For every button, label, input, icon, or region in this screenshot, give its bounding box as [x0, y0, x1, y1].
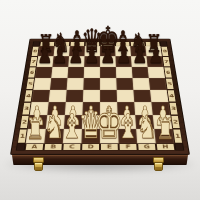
square-d2	[82, 115, 100, 129]
square-a6	[35, 67, 52, 78]
square-b6	[51, 67, 68, 78]
square-f8	[115, 46, 131, 56]
file-label: H	[156, 143, 176, 150]
file-label: B	[43, 143, 62, 150]
square-g1	[136, 129, 156, 144]
file-label: F	[119, 143, 138, 150]
square-f6	[116, 67, 133, 78]
brass-clasp-right	[152, 157, 165, 174]
square-c8	[69, 46, 85, 56]
square-a7	[37, 56, 54, 67]
square-g6	[132, 67, 149, 78]
rank-label: 6	[163, 67, 172, 78]
square-e4	[100, 90, 117, 102]
square-d5	[83, 78, 100, 90]
square-c4	[66, 90, 84, 102]
square-g8	[130, 46, 146, 56]
product-photo: ABCDEFGH8877665544332211ABCDEFGH ♜♞♝♛♚♝♞…	[0, 0, 200, 200]
square-f7	[115, 56, 131, 67]
square-c7	[68, 56, 84, 67]
square-h8	[145, 46, 162, 56]
square-d7	[84, 56, 100, 67]
square-c1	[63, 129, 82, 144]
square-e8	[100, 46, 115, 56]
square-e3	[100, 102, 118, 115]
square-b5	[50, 78, 68, 90]
square-h2	[153, 115, 173, 129]
file-label: G	[137, 143, 156, 150]
brass-clasp-left	[32, 157, 45, 174]
square-d4	[83, 90, 100, 102]
square-e6	[100, 67, 116, 78]
square-c5	[67, 78, 84, 90]
file-label: A	[25, 143, 45, 150]
rank-label: 7	[162, 56, 171, 67]
rank-label: 8	[160, 46, 169, 56]
rank-label: 5	[165, 78, 175, 90]
corner-cell	[174, 143, 184, 150]
square-c2	[64, 115, 83, 129]
square-f4	[117, 90, 135, 102]
square-f5	[116, 78, 133, 90]
square-h5	[149, 78, 167, 90]
file-label: E	[100, 143, 119, 150]
square-d8	[85, 46, 100, 56]
rank-label: 1	[172, 129, 183, 144]
square-b2	[46, 115, 65, 129]
square-f2	[118, 115, 137, 129]
square-b3	[47, 102, 66, 115]
square-g3	[134, 102, 153, 115]
square-c6	[67, 67, 84, 78]
square-c3	[65, 102, 83, 115]
board-frame: ABCDEFGH8877665544332211ABCDEFGH	[10, 39, 190, 155]
square-a3	[30, 102, 49, 115]
square-b1	[44, 129, 64, 144]
square-e7	[100, 56, 116, 67]
square-d3	[82, 102, 100, 115]
file-label: C	[62, 143, 81, 150]
clasp-hook-icon	[34, 162, 43, 171]
square-h1	[154, 129, 174, 144]
rank-label: 3	[168, 102, 178, 115]
square-e2	[100, 115, 118, 129]
square-f3	[117, 102, 135, 115]
square-a5	[33, 78, 51, 90]
square-e5	[100, 78, 117, 90]
square-d1	[81, 129, 100, 144]
board-ring: ABCDEFGH8877665544332211ABCDEFGH	[16, 42, 185, 151]
square-a8	[38, 46, 55, 56]
square-a1	[26, 129, 46, 144]
rank-label: 2	[170, 115, 181, 129]
square-b4	[49, 90, 67, 102]
square-f1	[118, 129, 137, 144]
rank-label: 4	[167, 90, 177, 102]
square-h6	[148, 67, 165, 78]
square-g2	[135, 115, 154, 129]
square-g4	[133, 90, 151, 102]
chess-board: ABCDEFGH8877665544332211ABCDEFGH	[10, 39, 190, 155]
square-d6	[84, 67, 100, 78]
square-a2	[28, 115, 48, 129]
square-g7	[131, 56, 148, 67]
square-g5	[133, 78, 151, 90]
file-label: D	[81, 143, 100, 150]
square-b8	[54, 46, 70, 56]
square-h7	[146, 56, 163, 67]
clasp-hook-icon	[154, 162, 163, 171]
square-h3	[151, 102, 170, 115]
square-a4	[32, 90, 50, 102]
square-h4	[150, 90, 168, 102]
square-b7	[52, 56, 69, 67]
square-e1	[100, 129, 119, 144]
